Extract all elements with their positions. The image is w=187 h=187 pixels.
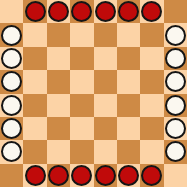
game-board xyxy=(0,0,187,187)
white-piece[interactable] xyxy=(1,95,22,116)
red-piece[interactable] xyxy=(141,165,162,186)
board-square[interactable] xyxy=(140,0,163,23)
board-square[interactable] xyxy=(140,23,163,46)
board-square[interactable] xyxy=(23,70,46,93)
board-square[interactable] xyxy=(23,94,46,117)
board-square[interactable] xyxy=(164,70,187,93)
board-square[interactable] xyxy=(117,70,140,93)
board-square[interactable] xyxy=(70,94,93,117)
board-square[interactable] xyxy=(70,0,93,23)
board-square[interactable] xyxy=(0,47,23,70)
board-square[interactable] xyxy=(23,47,46,70)
white-piece[interactable] xyxy=(165,95,186,116)
board-square[interactable] xyxy=(94,117,117,140)
board-square[interactable] xyxy=(117,164,140,187)
board-square[interactable] xyxy=(94,70,117,93)
board-square[interactable] xyxy=(140,47,163,70)
red-piece[interactable] xyxy=(118,165,139,186)
board-square[interactable] xyxy=(164,94,187,117)
board-square[interactable] xyxy=(164,140,187,163)
board-square[interactable] xyxy=(0,70,23,93)
red-piece[interactable] xyxy=(48,1,69,22)
red-piece[interactable] xyxy=(25,165,46,186)
board-square[interactable] xyxy=(23,164,46,187)
board-square[interactable] xyxy=(164,23,187,46)
board-square[interactable] xyxy=(0,0,23,23)
board-square[interactable] xyxy=(23,0,46,23)
white-piece[interactable] xyxy=(1,71,22,92)
board-square[interactable] xyxy=(94,0,117,23)
board-square[interactable] xyxy=(140,94,163,117)
board-square[interactable] xyxy=(164,0,187,23)
board-square[interactable] xyxy=(0,164,23,187)
white-piece[interactable] xyxy=(1,48,22,69)
board-square[interactable] xyxy=(117,94,140,117)
board-square[interactable] xyxy=(23,140,46,163)
white-piece[interactable] xyxy=(1,25,22,46)
board-square[interactable] xyxy=(47,0,70,23)
board-square[interactable] xyxy=(94,23,117,46)
white-piece[interactable] xyxy=(1,118,22,139)
white-piece[interactable] xyxy=(165,25,186,46)
board-square[interactable] xyxy=(0,23,23,46)
board-square[interactable] xyxy=(47,117,70,140)
board-square[interactable] xyxy=(94,94,117,117)
red-piece[interactable] xyxy=(118,1,139,22)
white-piece[interactable] xyxy=(165,48,186,69)
red-piece[interactable] xyxy=(71,1,92,22)
red-piece[interactable] xyxy=(25,1,46,22)
board-square[interactable] xyxy=(140,140,163,163)
red-piece[interactable] xyxy=(95,1,116,22)
board-square[interactable] xyxy=(23,23,46,46)
white-piece[interactable] xyxy=(165,118,186,139)
red-piece[interactable] xyxy=(71,165,92,186)
board-square[interactable] xyxy=(47,23,70,46)
board-square[interactable] xyxy=(70,23,93,46)
board-square[interactable] xyxy=(0,140,23,163)
board-square[interactable] xyxy=(0,94,23,117)
board-square[interactable] xyxy=(70,164,93,187)
board-square[interactable] xyxy=(164,47,187,70)
board-square[interactable] xyxy=(94,47,117,70)
board-square[interactable] xyxy=(47,164,70,187)
board-square[interactable] xyxy=(70,70,93,93)
board-square[interactable] xyxy=(70,140,93,163)
board-square[interactable] xyxy=(117,140,140,163)
red-piece[interactable] xyxy=(141,1,162,22)
board-square[interactable] xyxy=(47,47,70,70)
board-square[interactable] xyxy=(94,164,117,187)
board-square[interactable] xyxy=(70,117,93,140)
red-piece[interactable] xyxy=(95,165,116,186)
board-square[interactable] xyxy=(47,94,70,117)
board-square[interactable] xyxy=(117,23,140,46)
white-piece[interactable] xyxy=(165,71,186,92)
board-square[interactable] xyxy=(140,117,163,140)
board-square[interactable] xyxy=(94,140,117,163)
board-square[interactable] xyxy=(47,70,70,93)
board-square[interactable] xyxy=(117,0,140,23)
board-square[interactable] xyxy=(0,117,23,140)
board-square[interactable] xyxy=(164,117,187,140)
board-square[interactable] xyxy=(23,117,46,140)
board-square[interactable] xyxy=(140,70,163,93)
board-square[interactable] xyxy=(164,164,187,187)
white-piece[interactable] xyxy=(165,141,186,162)
board-square[interactable] xyxy=(117,117,140,140)
board-square[interactable] xyxy=(70,47,93,70)
white-piece[interactable] xyxy=(1,141,22,162)
board-square[interactable] xyxy=(140,164,163,187)
board-square[interactable] xyxy=(47,140,70,163)
red-piece[interactable] xyxy=(48,165,69,186)
board-square[interactable] xyxy=(117,47,140,70)
